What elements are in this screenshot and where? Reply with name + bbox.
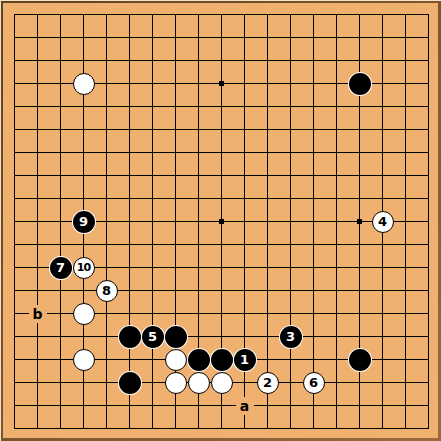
- move-number: 10: [77, 262, 90, 273]
- move-number: 9: [79, 215, 88, 228]
- stone-white-10: 10: [73, 257, 95, 279]
- move-number: 6: [309, 376, 318, 389]
- stone-black: [188, 349, 210, 371]
- stone-white-6: 6: [303, 372, 325, 394]
- stone-black: [119, 372, 141, 394]
- stone-black-7: 7: [50, 257, 72, 279]
- go-board-diagram: 94710853126ab: [0, 0, 441, 441]
- stone-white-4: 4: [372, 211, 394, 233]
- board-surface: 94710853126ab: [3, 3, 438, 438]
- stone-white-8: 8: [96, 280, 118, 302]
- stone-black: [119, 326, 141, 348]
- move-number: 7: [56, 261, 65, 274]
- star-point: [219, 81, 224, 86]
- stone-white: [165, 349, 187, 371]
- stone-white-2: 2: [257, 372, 279, 394]
- stone-black-3: 3: [280, 326, 302, 348]
- star-point: [357, 219, 362, 224]
- stone-white: [73, 349, 95, 371]
- move-number: 5: [148, 330, 157, 343]
- move-number: 3: [286, 330, 295, 343]
- stone-black-5: 5: [142, 326, 164, 348]
- move-number: 4: [378, 215, 387, 228]
- stone-black-9: 9: [73, 211, 95, 233]
- board-grid: 94710853126ab: [14, 14, 429, 429]
- stone-black: [165, 326, 187, 348]
- stone-black: [349, 73, 371, 95]
- board-frame: 94710853126ab: [1, 1, 441, 441]
- point-label-b: b: [29, 305, 47, 323]
- stone-black: [349, 349, 371, 371]
- point-label-a: a: [236, 397, 254, 415]
- stone-white: [73, 73, 95, 95]
- move-number: 2: [263, 376, 272, 389]
- move-number: 8: [102, 284, 111, 297]
- star-point: [219, 219, 224, 224]
- stone-black-1: 1: [234, 349, 256, 371]
- stone-white: [188, 372, 210, 394]
- stone-white: [73, 303, 95, 325]
- stone-white: [211, 372, 233, 394]
- stone-white: [165, 372, 187, 394]
- move-number: 1: [240, 353, 249, 366]
- stone-black: [211, 349, 233, 371]
